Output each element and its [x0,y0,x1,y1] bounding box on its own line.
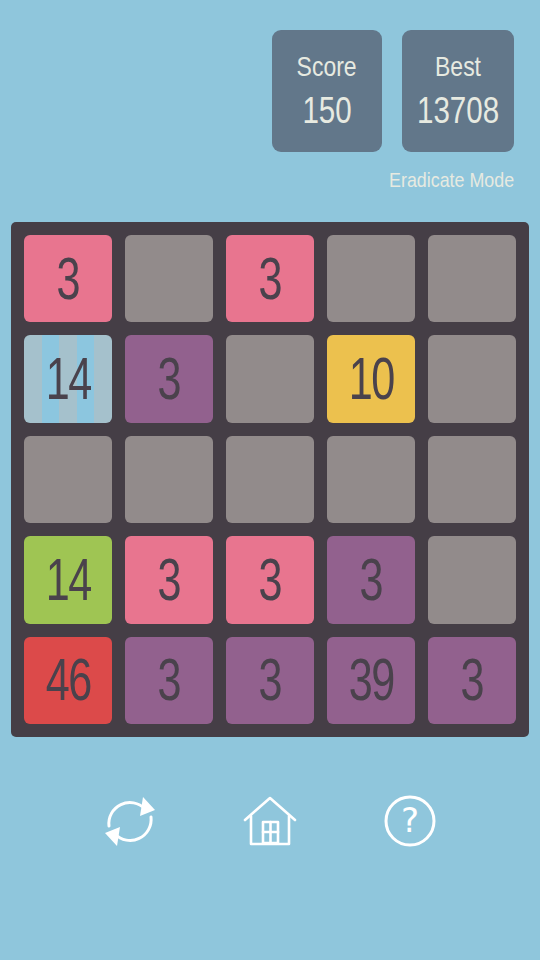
tile-3[interactable]: 3 [327,536,415,623]
tile-3[interactable]: 3 [125,637,213,724]
empty-cell [327,235,415,322]
restart-icon [98,789,162,853]
best-label: Best [430,53,486,81]
help-icon: ? [378,789,442,853]
empty-cell [125,235,213,322]
footer-toolbar: ? [0,789,540,853]
tile-3[interactable]: 3 [125,335,213,422]
empty-cell [125,436,213,523]
home-icon [238,789,302,853]
empty-cell [428,335,516,422]
empty-cell [226,436,314,523]
tile-3[interactable]: 3 [24,235,112,322]
tile-3[interactable]: 3 [226,235,314,322]
help-button[interactable]: ? [378,789,442,853]
mode-label: Eradicate Mode [389,168,514,191]
tile-3[interactable]: 3 [226,637,314,724]
svg-text:?: ? [401,800,419,840]
empty-cell [327,436,415,523]
tile-10[interactable]: 10 [327,335,415,422]
tile-3[interactable]: 3 [428,637,516,724]
empty-cell [428,436,516,523]
tile-46[interactable]: 46 [24,637,112,724]
empty-cell [428,536,516,623]
tile-3[interactable]: 3 [125,536,213,623]
home-button[interactable] [238,789,302,853]
score-value: 150 [297,93,357,129]
score-bar: Score 150 Best 13708 [272,30,514,152]
restart-button[interactable] [98,789,162,853]
empty-cell [428,235,516,322]
best-box: Best 13708 [402,30,514,152]
tile-3[interactable]: 3 [226,536,314,623]
empty-cell [226,335,314,422]
board-grid[interactable]: 3314310143334633393 [11,222,529,737]
score-label: Score [290,53,363,81]
best-value: 13708 [408,93,508,129]
empty-cell [24,436,112,523]
tile-14[interactable]: 14 [24,335,112,422]
score-box: Score 150 [272,30,382,152]
tile-14[interactable]: 14 [24,536,112,623]
tile-39[interactable]: 39 [327,637,415,724]
